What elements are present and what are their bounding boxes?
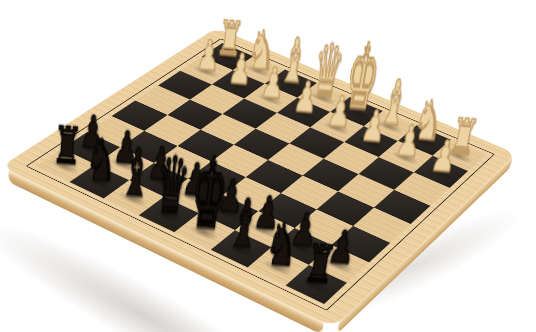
piece-shadow (339, 104, 372, 120)
piece-shadow (185, 222, 222, 242)
piece-shadow (210, 204, 246, 223)
piece-shadow (222, 239, 259, 259)
piece-shadow (140, 171, 175, 190)
piece-shadow (319, 254, 356, 275)
piece-shadow (296, 275, 334, 296)
piece-shadow (175, 187, 211, 206)
piece-shadow (150, 205, 186, 225)
product-photo-scene: ♜♞♝♛♚♝♞♜♟♟♟♟♟♟♟♟♟♟♟♟♟♟♟♟♜♞♝♛♚♝♞♜ (0, 0, 536, 332)
piece-shadow (115, 189, 151, 208)
piece-shadow (190, 63, 222, 79)
piece-shadow (81, 173, 116, 192)
piece-shadow (259, 257, 296, 278)
